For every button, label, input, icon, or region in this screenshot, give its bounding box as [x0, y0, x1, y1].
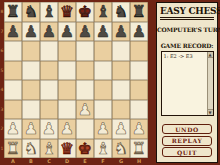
piece-white-pawn[interactable]: ♟ [132, 119, 146, 138]
piece-black-pawn[interactable]: ♟ [60, 22, 74, 41]
square-d5[interactable] [58, 61, 76, 81]
file-label-g: G [112, 157, 130, 165]
square-g6[interactable] [112, 41, 130, 61]
piece-white-rook[interactable]: ♜ [132, 139, 146, 158]
scroll-down-icon[interactable]: ▼ [208, 109, 213, 115]
square-f7[interactable]: ♟ [94, 22, 112, 42]
square-c2[interactable]: ♟ [40, 119, 58, 139]
square-c4[interactable] [40, 80, 58, 100]
square-b8[interactable]: ♞ [22, 2, 40, 22]
piece-white-knight[interactable]: ♞ [114, 139, 128, 158]
replay-button[interactable]: REPLAY [162, 136, 212, 146]
square-f4[interactable] [94, 80, 112, 100]
piece-black-bishop[interactable]: ♝ [42, 2, 56, 21]
square-b4[interactable] [22, 80, 40, 100]
square-b3[interactable] [22, 100, 40, 120]
easy-chess-window: 87654321 ♜♞♝♛♚♝♞♜♟♟♟♟♟♟♟♟♟♟♟♟♟♟♟♟♜♞♝♛♚♝♞… [0, 0, 220, 165]
piece-white-pawn[interactable]: ♟ [78, 100, 92, 119]
piece-black-pawn[interactable]: ♟ [24, 22, 38, 41]
square-c3[interactable] [40, 100, 58, 120]
square-g4[interactable] [112, 80, 130, 100]
piece-black-pawn[interactable]: ♟ [132, 22, 146, 41]
file-label-e: E [76, 157, 94, 165]
square-f1[interactable]: ♝ [94, 139, 112, 159]
square-d4[interactable] [58, 80, 76, 100]
square-g1[interactable]: ♞ [112, 139, 130, 159]
square-b2[interactable]: ♟ [22, 119, 40, 139]
square-h3[interactable] [130, 100, 148, 120]
piece-black-pawn[interactable]: ♟ [42, 22, 56, 41]
square-e4[interactable] [76, 80, 94, 100]
file-label-f: F [94, 157, 112, 165]
piece-white-pawn[interactable]: ♟ [96, 119, 110, 138]
square-d1[interactable]: ♛ [58, 139, 76, 159]
piece-white-queen[interactable]: ♛ [60, 139, 74, 158]
piece-white-pawn[interactable]: ♟ [6, 119, 20, 138]
piece-black-pawn[interactable]: ♟ [114, 22, 128, 41]
record-entry: 1: E2 -> E3 [164, 53, 207, 59]
quit-button[interactable]: QUIT [162, 147, 212, 157]
square-a5[interactable] [4, 61, 22, 81]
square-c8[interactable]: ♝ [40, 2, 58, 22]
square-a1[interactable]: ♜ [4, 139, 22, 159]
app-title: EASY CHESS [160, 6, 214, 20]
piece-black-queen[interactable]: ♛ [60, 2, 74, 21]
piece-black-pawn[interactable]: ♟ [78, 22, 92, 41]
file-label-a: A [4, 157, 22, 165]
piece-white-pawn[interactable]: ♟ [114, 119, 128, 138]
square-b6[interactable] [22, 41, 40, 61]
file-label-d: D [58, 157, 76, 165]
square-d2[interactable]: ♟ [58, 119, 76, 139]
square-h5[interactable] [130, 61, 148, 81]
chess-board: ♜♞♝♛♚♝♞♜♟♟♟♟♟♟♟♟♟♟♟♟♟♟♟♟♜♞♝♛♚♝♞♜ [4, 2, 148, 158]
square-e2[interactable] [76, 119, 94, 139]
square-g2[interactable]: ♟ [112, 119, 130, 139]
file-labels: ABCDEFGH [4, 157, 148, 165]
square-g5[interactable] [112, 61, 130, 81]
square-f3[interactable] [94, 100, 112, 120]
game-record-entries: 1: E2 -> E3 [162, 52, 207, 115]
square-e8[interactable]: ♚ [76, 2, 94, 22]
square-d8[interactable]: ♛ [58, 2, 76, 22]
piece-black-bishop[interactable]: ♝ [96, 2, 110, 21]
piece-black-pawn[interactable]: ♟ [6, 22, 20, 41]
square-h6[interactable] [130, 41, 148, 61]
file-label-c: C [40, 157, 58, 165]
piece-white-bishop[interactable]: ♝ [42, 139, 56, 158]
square-e5[interactable] [76, 61, 94, 81]
square-h2[interactable]: ♟ [130, 119, 148, 139]
square-h1[interactable]: ♜ [130, 139, 148, 159]
game-record-label: GAME RECORD: [157, 42, 217, 49]
piece-white-pawn[interactable]: ♟ [24, 119, 38, 138]
sidebar-panel: EASY CHESS COMPUTER'S TURN GAME RECORD: … [156, 2, 218, 163]
piece-black-rook[interactable]: ♜ [132, 2, 146, 21]
square-c1[interactable]: ♝ [40, 139, 58, 159]
square-d6[interactable] [58, 41, 76, 61]
square-d7[interactable]: ♟ [58, 22, 76, 42]
square-f6[interactable] [94, 41, 112, 61]
scroll-up-icon[interactable]: ▲ [208, 52, 213, 58]
file-label-b: B [22, 157, 40, 165]
square-a7[interactable]: ♟ [4, 22, 22, 42]
square-b7[interactable]: ♟ [22, 22, 40, 42]
square-a8[interactable]: ♜ [4, 2, 22, 22]
square-h4[interactable] [130, 80, 148, 100]
square-a3[interactable] [4, 100, 22, 120]
scrollbar[interactable]: ▲ ▼ [207, 52, 213, 115]
piece-white-rook[interactable]: ♜ [6, 139, 20, 158]
piece-black-knight[interactable]: ♞ [24, 2, 38, 21]
square-f8[interactable]: ♝ [94, 2, 112, 22]
square-e1[interactable]: ♚ [76, 139, 94, 159]
square-e7[interactable]: ♟ [76, 22, 94, 42]
piece-white-bishop[interactable]: ♝ [96, 139, 110, 158]
square-a6[interactable] [4, 41, 22, 61]
square-g3[interactable] [112, 100, 130, 120]
game-record-list[interactable]: 1: E2 -> E3 ▲ ▼ [161, 51, 214, 116]
square-a2[interactable]: ♟ [4, 119, 22, 139]
square-a4[interactable] [4, 80, 22, 100]
piece-white-king[interactable]: ♚ [78, 139, 92, 158]
square-c5[interactable] [40, 61, 58, 81]
button-stack: UNDO REPLAY QUIT [157, 124, 217, 159]
square-b1[interactable]: ♞ [22, 139, 40, 159]
piece-black-rook[interactable]: ♜ [6, 2, 20, 21]
square-d3[interactable] [58, 100, 76, 120]
square-f5[interactable] [94, 61, 112, 81]
square-g7[interactable]: ♟ [112, 22, 130, 42]
square-g8[interactable]: ♞ [112, 2, 130, 22]
piece-white-pawn[interactable]: ♟ [60, 119, 74, 138]
file-label-h: H [130, 157, 148, 165]
square-f2[interactable]: ♟ [94, 119, 112, 139]
square-h8[interactable]: ♜ [130, 2, 148, 22]
square-b5[interactable] [22, 61, 40, 81]
piece-black-king[interactable]: ♚ [78, 2, 92, 21]
square-e3[interactable]: ♟ [76, 100, 94, 120]
piece-white-pawn[interactable]: ♟ [42, 119, 56, 138]
square-c7[interactable]: ♟ [40, 22, 58, 42]
square-c6[interactable] [40, 41, 58, 61]
square-e6[interactable] [76, 41, 94, 61]
piece-black-knight[interactable]: ♞ [114, 2, 128, 21]
square-h7[interactable]: ♟ [130, 22, 148, 42]
turn-status: COMPUTER'S TURN [157, 26, 217, 33]
piece-black-pawn[interactable]: ♟ [96, 22, 110, 41]
undo-button[interactable]: UNDO [162, 124, 212, 134]
piece-white-knight[interactable]: ♞ [24, 139, 38, 158]
